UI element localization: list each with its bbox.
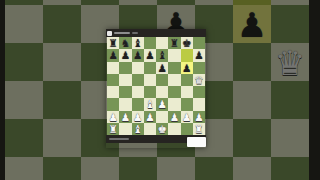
square-g4[interactable]	[181, 86, 193, 98]
square-d2[interactable]: ♟	[144, 111, 156, 123]
square-d6[interactable]	[144, 62, 156, 74]
opponent-rating-text	[132, 32, 138, 35]
white-p-c2: ♟	[132, 111, 144, 123]
square-b4[interactable]	[119, 86, 131, 98]
square-b6[interactable]	[119, 62, 131, 74]
black-p-g6: ♟	[181, 62, 193, 74]
square-a6[interactable]	[107, 62, 119, 74]
square-a4[interactable]	[107, 86, 119, 98]
black-p-a7: ♟	[107, 49, 119, 61]
square-c3[interactable]	[132, 98, 144, 110]
black-r-f8: ♜	[168, 37, 180, 49]
square-c7[interactable]: ♟	[132, 49, 144, 61]
square-c2[interactable]: ♟	[132, 111, 144, 123]
black-p-c7: ♟	[132, 49, 144, 61]
white-k-e1: ♚	[156, 123, 168, 135]
square-c5[interactable]	[132, 74, 144, 86]
square-f6[interactable]	[168, 62, 180, 74]
square-a1[interactable]: ♜	[107, 123, 119, 135]
white-p-a2: ♟	[107, 111, 119, 123]
square-c8[interactable]: ♝	[132, 37, 144, 49]
white-b-c1: ♝	[132, 123, 144, 135]
white-p-d2: ♟	[144, 111, 156, 123]
white-p-b2: ♟	[119, 111, 131, 123]
square-e5[interactable]	[156, 74, 168, 86]
square-a5[interactable]	[107, 74, 119, 86]
square-d3[interactable]: ♝	[144, 98, 156, 110]
square-e4[interactable]	[156, 86, 168, 98]
square-a3[interactable]	[107, 98, 119, 110]
chess-app-screenshot: ♜♞♝♜♚♟♟♟♟♝♟♟♟♛♝♟♟♟♟♟♟♟♟♜♝♚♜	[106, 29, 206, 148]
white-r-a1: ♜	[107, 123, 119, 135]
square-f4[interactable]	[168, 86, 180, 98]
square-e8[interactable]	[156, 37, 168, 49]
square-h7[interactable]: ♟	[193, 49, 205, 61]
black-k-g8: ♚	[181, 37, 193, 49]
square-h1[interactable]: ♜	[193, 123, 205, 135]
square-e6[interactable]: ♟	[156, 62, 168, 74]
white-p-g2: ♟	[181, 111, 193, 123]
square-g1[interactable]	[181, 123, 193, 135]
square-e1[interactable]: ♚	[156, 123, 168, 135]
white-p-f2: ♟	[168, 111, 180, 123]
square-a8[interactable]: ♜	[107, 37, 119, 49]
black-p-b7: ♟	[119, 49, 131, 61]
square-f5[interactable]	[168, 74, 180, 86]
square-h2[interactable]: ♟	[193, 111, 205, 123]
square-e7[interactable]: ♝	[156, 49, 168, 61]
white-q-h5: ♛	[193, 74, 205, 86]
square-b5[interactable]	[119, 74, 131, 86]
black-n-b8: ♞	[119, 37, 131, 49]
square-g7[interactable]	[181, 49, 193, 61]
square-b3[interactable]	[119, 98, 131, 110]
square-b7[interactable]: ♟	[119, 49, 131, 61]
square-d1[interactable]	[144, 123, 156, 135]
square-f7[interactable]	[168, 49, 180, 61]
square-c4[interactable]	[132, 86, 144, 98]
white-p-e3: ♟	[156, 98, 168, 110]
white-b-d3: ♝	[144, 98, 156, 110]
square-e3[interactable]: ♟	[156, 98, 168, 110]
opponent-bar	[106, 29, 206, 37]
white-r-h1: ♜	[193, 123, 205, 135]
square-g8[interactable]: ♚	[181, 37, 193, 49]
square-g2[interactable]: ♟	[181, 111, 193, 123]
square-c1[interactable]: ♝	[132, 123, 144, 135]
opponent-avatar	[107, 31, 112, 36]
dialog-button[interactable]	[187, 137, 206, 147]
black-p-d7: ♟	[144, 49, 156, 61]
square-a7[interactable]: ♟	[107, 49, 119, 61]
square-f2[interactable]: ♟	[168, 111, 180, 123]
black-p-h7: ♟	[193, 49, 205, 61]
square-h4[interactable]	[193, 86, 205, 98]
black-p-e6: ♟	[156, 62, 168, 74]
chess-board[interactable]: ♜♞♝♜♚♟♟♟♟♝♟♟♟♛♝♟♟♟♟♟♟♟♟♜♝♚♜	[107, 37, 205, 135]
white-p-h2: ♟	[193, 111, 205, 123]
square-d4[interactable]	[144, 86, 156, 98]
square-f1[interactable]	[168, 123, 180, 135]
square-c6[interactable]	[132, 62, 144, 74]
player-name-text	[109, 138, 129, 141]
square-g3[interactable]	[181, 98, 193, 110]
square-g6[interactable]: ♟	[181, 62, 193, 74]
square-d7[interactable]: ♟	[144, 49, 156, 61]
square-d5[interactable]	[144, 74, 156, 86]
black-r-a8: ♜	[107, 37, 119, 49]
square-h5[interactable]: ♛	[193, 74, 205, 86]
square-h6[interactable]	[193, 62, 205, 74]
black-b-c8: ♝	[132, 37, 144, 49]
square-b8[interactable]: ♞	[119, 37, 131, 49]
square-f8[interactable]: ♜	[168, 37, 180, 49]
opponent-name-text	[114, 32, 130, 35]
square-e2[interactable]	[156, 111, 168, 123]
square-g5[interactable]	[181, 74, 193, 86]
square-b2[interactable]: ♟	[119, 111, 131, 123]
square-h3[interactable]	[193, 98, 205, 110]
black-b-e7: ♝	[156, 49, 168, 61]
square-f3[interactable]	[168, 98, 180, 110]
square-h8[interactable]	[193, 37, 205, 49]
square-a2[interactable]: ♟	[107, 111, 119, 123]
square-b1[interactable]	[119, 123, 131, 135]
square-d8[interactable]	[144, 37, 156, 49]
